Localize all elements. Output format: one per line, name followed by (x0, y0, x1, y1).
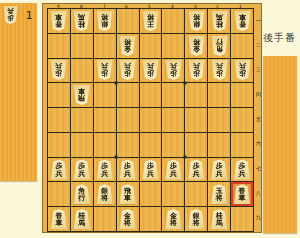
piece-kanji: 将 (101, 195, 108, 202)
piece-kanji: 兵 (7, 7, 14, 14)
square-4-5[interactable] (162, 108, 184, 132)
piece-kanji: 兵 (147, 62, 154, 69)
piece-pawn-gote[interactable]: 歩兵 (3, 6, 18, 24)
piece-bishop-gote[interactable]: 角行 (211, 36, 228, 56)
piece-silver-gote[interactable]: 銀将 (188, 11, 205, 31)
square-9-5[interactable] (48, 108, 70, 132)
square-2-2[interactable]: 角行 (208, 34, 230, 58)
piece-lance-sente[interactable]: 香車 (234, 184, 251, 204)
square-9-3[interactable]: 歩兵 (48, 59, 70, 83)
square-8-9[interactable]: 桂馬 (71, 207, 93, 231)
piece-kanji: 将 (124, 37, 131, 44)
square-5-4[interactable] (140, 83, 162, 107)
piece-kanji: 車 (55, 13, 62, 20)
square-9-7[interactable]: 歩兵 (48, 158, 70, 182)
piece-pawn-sente[interactable]: 歩兵 (165, 160, 182, 180)
piece-gold-gote[interactable]: 金将 (188, 36, 205, 56)
piece-gold-sente[interactable]: 金将 (119, 209, 136, 229)
piece-kanji: 兵 (216, 62, 223, 69)
piece-pawn-sente[interactable]: 歩兵 (234, 160, 251, 180)
piece-pawn-gote[interactable]: 歩兵 (119, 60, 136, 80)
rank-label: 九 (255, 207, 263, 228)
square-3-1[interactable]: 銀将 (185, 9, 207, 33)
square-8-5[interactable] (71, 108, 93, 132)
piece-king-sente[interactable]: 玉将 (211, 184, 228, 204)
piece-kanji: 飛 (78, 94, 85, 101)
piece-kanji: 歩 (170, 69, 177, 76)
shogi-board: 987654321 一二三四五六七八九 香車桂馬銀将王将銀将桂馬香車金将金将角行… (42, 3, 262, 233)
square-2-4[interactable] (208, 83, 230, 107)
piece-pawn-gote[interactable]: 歩兵 (188, 60, 205, 80)
square-9-9[interactable]: 香車 (48, 207, 70, 231)
piece-kanji: 車 (239, 195, 246, 202)
piece-kanji: 馬 (78, 220, 85, 227)
square-7-6[interactable] (94, 133, 116, 157)
piece-kanji: 将 (101, 13, 108, 20)
sente-captured-tray[interactable] (263, 56, 297, 233)
piece-kanji: 車 (124, 195, 131, 202)
piece-pawn-sente[interactable]: 歩兵 (188, 160, 205, 180)
square-9-6[interactable] (48, 133, 70, 157)
square-4-1[interactable] (162, 9, 184, 33)
piece-kanji: 歩 (239, 69, 246, 76)
square-1-4[interactable] (231, 83, 253, 107)
piece-kanji: 兵 (55, 62, 62, 69)
rank-label: 三 (255, 59, 263, 80)
square-3-9[interactable]: 銀将 (185, 207, 207, 231)
piece-kanji: 行 (78, 195, 85, 202)
piece-pawn-sente[interactable]: 歩兵 (142, 160, 159, 180)
rank-label: 四 (255, 84, 263, 105)
square-5-1[interactable]: 王将 (140, 9, 162, 33)
square-7-5[interactable] (94, 108, 116, 132)
piece-kanji: 兵 (55, 171, 62, 178)
square-6-7[interactable]: 歩兵 (117, 158, 139, 182)
piece-kanji: 将 (170, 220, 177, 227)
square-6-6[interactable] (117, 133, 139, 157)
square-9-8[interactable] (48, 182, 70, 206)
square-6-2[interactable]: 金将 (117, 34, 139, 58)
board-grid-area: 香車桂馬銀将王将銀将桂馬香車金将金将角行歩兵歩兵歩兵歩兵歩兵歩兵歩兵歩兵飛車歩兵… (47, 8, 254, 232)
square-5-2[interactable] (140, 34, 162, 58)
square-9-2[interactable] (48, 34, 70, 58)
square-6-5[interactable] (117, 108, 139, 132)
piece-kanji: 馬 (216, 220, 223, 227)
square-7-2[interactable] (94, 34, 116, 58)
piece-kanji: 将 (193, 220, 200, 227)
piece-pawn-sente[interactable]: 歩兵 (119, 160, 136, 180)
square-2-7[interactable]: 歩兵 (208, 158, 230, 182)
square-8-7[interactable]: 歩兵 (71, 158, 93, 182)
piece-knight-gote[interactable]: 桂馬 (73, 11, 90, 31)
square-1-1[interactable]: 香車 (231, 9, 253, 33)
square-2-3[interactable]: 歩兵 (208, 59, 230, 83)
square-5-3[interactable]: 歩兵 (140, 59, 162, 83)
square-8-4[interactable]: 飛車 (71, 83, 93, 107)
piece-kanji: 歩 (101, 69, 108, 76)
square-4-7[interactable]: 歩兵 (162, 158, 184, 182)
rank-label: 六 (255, 133, 263, 154)
square-7-8[interactable]: 銀将 (94, 182, 116, 206)
piece-kanji: 兵 (147, 171, 154, 178)
square-9-1[interactable]: 香車 (48, 9, 70, 33)
square-4-9[interactable]: 金将 (162, 207, 184, 231)
square-9-4[interactable] (48, 83, 70, 107)
square-8-6[interactable] (71, 133, 93, 157)
piece-silver-sente[interactable]: 銀将 (188, 209, 205, 229)
square-8-1[interactable]: 桂馬 (71, 9, 93, 33)
piece-knight-sente[interactable]: 桂馬 (211, 209, 228, 229)
piece-kanji: 兵 (239, 171, 246, 178)
rank-label: 二 (255, 35, 263, 56)
piece-pawn-sente[interactable]: 歩兵 (73, 160, 90, 180)
square-4-3[interactable]: 歩兵 (162, 59, 184, 83)
piece-kanji: 車 (239, 13, 246, 20)
square-3-4[interactable] (185, 83, 207, 107)
piece-pawn-gote[interactable]: 歩兵 (142, 60, 159, 80)
square-1-8[interactable]: 香車 (231, 182, 253, 206)
square-3-2[interactable]: 金将 (185, 34, 207, 58)
piece-kanji: 兵 (124, 62, 131, 69)
rank-label: 八 (255, 183, 263, 204)
piece-pawn-gote[interactable]: 歩兵 (165, 60, 182, 80)
square-5-8[interactable] (140, 182, 162, 206)
star-point (115, 156, 118, 159)
piece-kanji: 将 (147, 13, 154, 20)
square-4-2[interactable] (162, 34, 184, 58)
square-5-9[interactable] (140, 207, 162, 231)
piece-kanji: 兵 (170, 171, 177, 178)
square-2-9[interactable]: 桂馬 (208, 207, 230, 231)
square-4-6[interactable] (162, 133, 184, 157)
piece-rook-sente[interactable]: 飛車 (119, 184, 136, 204)
square-2-6[interactable] (208, 133, 230, 157)
square-8-8[interactable]: 角行 (71, 182, 93, 206)
square-4-8[interactable] (162, 182, 184, 206)
piece-kanji: 馬 (78, 13, 85, 20)
piece-kanji: 兵 (193, 62, 200, 69)
piece-pawn-gote[interactable]: 歩兵 (96, 60, 113, 80)
piece-lance-sente[interactable]: 香車 (50, 209, 67, 229)
square-3-3[interactable]: 歩兵 (185, 59, 207, 83)
piece-king-gote[interactable]: 王将 (142, 11, 159, 31)
piece-pawn-gote[interactable]: 歩兵 (211, 60, 228, 80)
piece-kanji: 将 (216, 195, 223, 202)
square-8-3[interactable] (71, 59, 93, 83)
rank-labels: 一二三四五六七八九 (254, 8, 263, 230)
square-6-3[interactable]: 歩兵 (117, 59, 139, 83)
square-7-3[interactable]: 歩兵 (94, 59, 116, 83)
square-7-1[interactable]: 銀将 (94, 9, 116, 33)
square-1-7[interactable]: 歩兵 (231, 158, 253, 182)
piece-knight-gote[interactable]: 桂馬 (211, 11, 228, 31)
gote-hand-piece-slot[interactable]: 歩兵 (3, 6, 18, 24)
piece-kanji: 兵 (193, 171, 200, 178)
piece-knight-sente[interactable]: 桂馬 (73, 209, 90, 229)
square-8-2[interactable] (71, 34, 93, 58)
square-7-9[interactable] (94, 207, 116, 231)
piece-rook-gote[interactable]: 飛車 (73, 85, 90, 105)
square-7-4[interactable] (94, 83, 116, 107)
square-1-6[interactable] (231, 133, 253, 157)
piece-kanji: 歩 (55, 69, 62, 76)
square-1-9[interactable] (231, 207, 253, 231)
square-2-5[interactable] (208, 108, 230, 132)
piece-kanji: 将 (193, 37, 200, 44)
piece-pawn-sente[interactable]: 歩兵 (50, 160, 67, 180)
star-point (184, 82, 187, 85)
piece-kanji: 兵 (101, 62, 108, 69)
piece-lance-gote[interactable]: 香車 (234, 11, 251, 31)
piece-kanji: 兵 (78, 171, 85, 178)
piece-bishop-sente[interactable]: 角行 (73, 184, 90, 204)
square-5-6[interactable] (140, 133, 162, 157)
square-2-1[interactable]: 桂馬 (208, 9, 230, 33)
piece-kanji: 車 (78, 87, 85, 94)
shogi-diagram: 歩兵 1 987654321 一二三四五六七八九 香車桂馬銀将王将銀将桂馬香車金… (0, 0, 300, 238)
square-6-1[interactable] (117, 9, 139, 33)
square-5-5[interactable] (140, 108, 162, 132)
square-5-7[interactable]: 歩兵 (140, 158, 162, 182)
piece-pawn-gote[interactable]: 歩兵 (50, 60, 67, 80)
piece-silver-gote[interactable]: 銀将 (96, 11, 113, 31)
square-1-5[interactable] (231, 108, 253, 132)
turn-indicator: 後手番 (263, 31, 296, 45)
square-3-6[interactable] (185, 133, 207, 157)
square-1-2[interactable] (231, 34, 253, 58)
square-6-8[interactable]: 飛車 (117, 182, 139, 206)
piece-pawn-sente[interactable]: 歩兵 (96, 160, 113, 180)
board-grid: 香車桂馬銀将王将銀将桂馬香車金将金将角行歩兵歩兵歩兵歩兵歩兵歩兵歩兵歩兵飛車歩兵… (47, 8, 254, 232)
piece-kanji: 兵 (170, 62, 177, 69)
piece-kanji: 兵 (124, 171, 131, 178)
piece-pawn-sente[interactable]: 歩兵 (211, 160, 228, 180)
piece-kanji: 歩 (193, 69, 200, 76)
piece-kanji: 兵 (101, 171, 108, 178)
square-6-9[interactable]: 金将 (117, 207, 139, 231)
star-point (184, 156, 187, 159)
square-3-5[interactable] (185, 108, 207, 132)
piece-kanji: 歩 (216, 69, 223, 76)
gote-captured-tray[interactable]: 歩兵 1 (0, 3, 37, 181)
piece-kanji: 将 (193, 13, 200, 20)
square-6-4[interactable] (117, 83, 139, 107)
rank-label: 七 (255, 158, 263, 179)
piece-pawn-gote[interactable]: 歩兵 (234, 60, 251, 80)
piece-gold-sente[interactable]: 金将 (165, 209, 182, 229)
star-point (115, 82, 118, 85)
piece-kanji: 行 (216, 37, 223, 44)
piece-kanji: 将 (124, 220, 131, 227)
piece-gold-gote[interactable]: 金将 (119, 36, 136, 56)
gote-hand-pawn-count: 1 (26, 10, 32, 21)
piece-lance-gote[interactable]: 香車 (50, 11, 67, 31)
piece-kanji: 兵 (216, 171, 223, 178)
square-7-7[interactable]: 歩兵 (94, 158, 116, 182)
piece-kanji: 兵 (239, 62, 246, 69)
square-3-8[interactable] (185, 182, 207, 206)
piece-kanji: 馬 (216, 13, 223, 20)
square-4-4[interactable] (162, 83, 184, 107)
square-3-7[interactable]: 歩兵 (185, 158, 207, 182)
piece-kanji: 車 (55, 220, 62, 227)
rank-label: 一 (255, 10, 263, 31)
square-1-3[interactable]: 歩兵 (231, 59, 253, 83)
rank-label: 五 (255, 109, 263, 130)
square-2-8[interactable]: 玉将 (208, 182, 230, 206)
piece-kanji: 歩 (147, 69, 154, 76)
piece-silver-sente[interactable]: 銀将 (96, 184, 113, 204)
piece-kanji: 歩 (124, 69, 131, 76)
